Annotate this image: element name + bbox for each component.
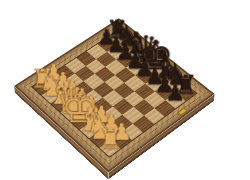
- piece-white-pawn-h2: ♟: [103, 121, 141, 144]
- piece-white-pawn-g2: ♟: [93, 112, 130, 135]
- board-scene: ♜♞♝♛♚♝♞♜♟♟♟♟♟♟♟♟♟♟♟♟♟♟♟♟♜♞♝♛♚♝♞♜: [0, 0, 250, 180]
- piece-white-pawn-f2: ♟: [83, 103, 120, 126]
- piece-white-pawn-e2: ♟: [73, 95, 110, 117]
- piece-white-knight-g1: ♞: [81, 114, 119, 144]
- chess-board-box: ♜♞♝♛♚♝♞♜♟♟♟♟♟♟♟♟♟♟♟♟♟♟♟♟♜♞♝♛♚♝♞♜: [14, 18, 215, 172]
- piece-white-king-e1: ♚: [62, 87, 99, 128]
- piece-white-bishop-f1: ♝: [71, 103, 108, 135]
- chess-set-photo: ♜♞♝♛♚♝♞♜♟♟♟♟♟♟♟♟♟♟♟♟♟♟♟♟♜♞♝♛♚♝♞♜: [0, 0, 250, 180]
- piece-white-rook-h1: ♜: [91, 125, 129, 152]
